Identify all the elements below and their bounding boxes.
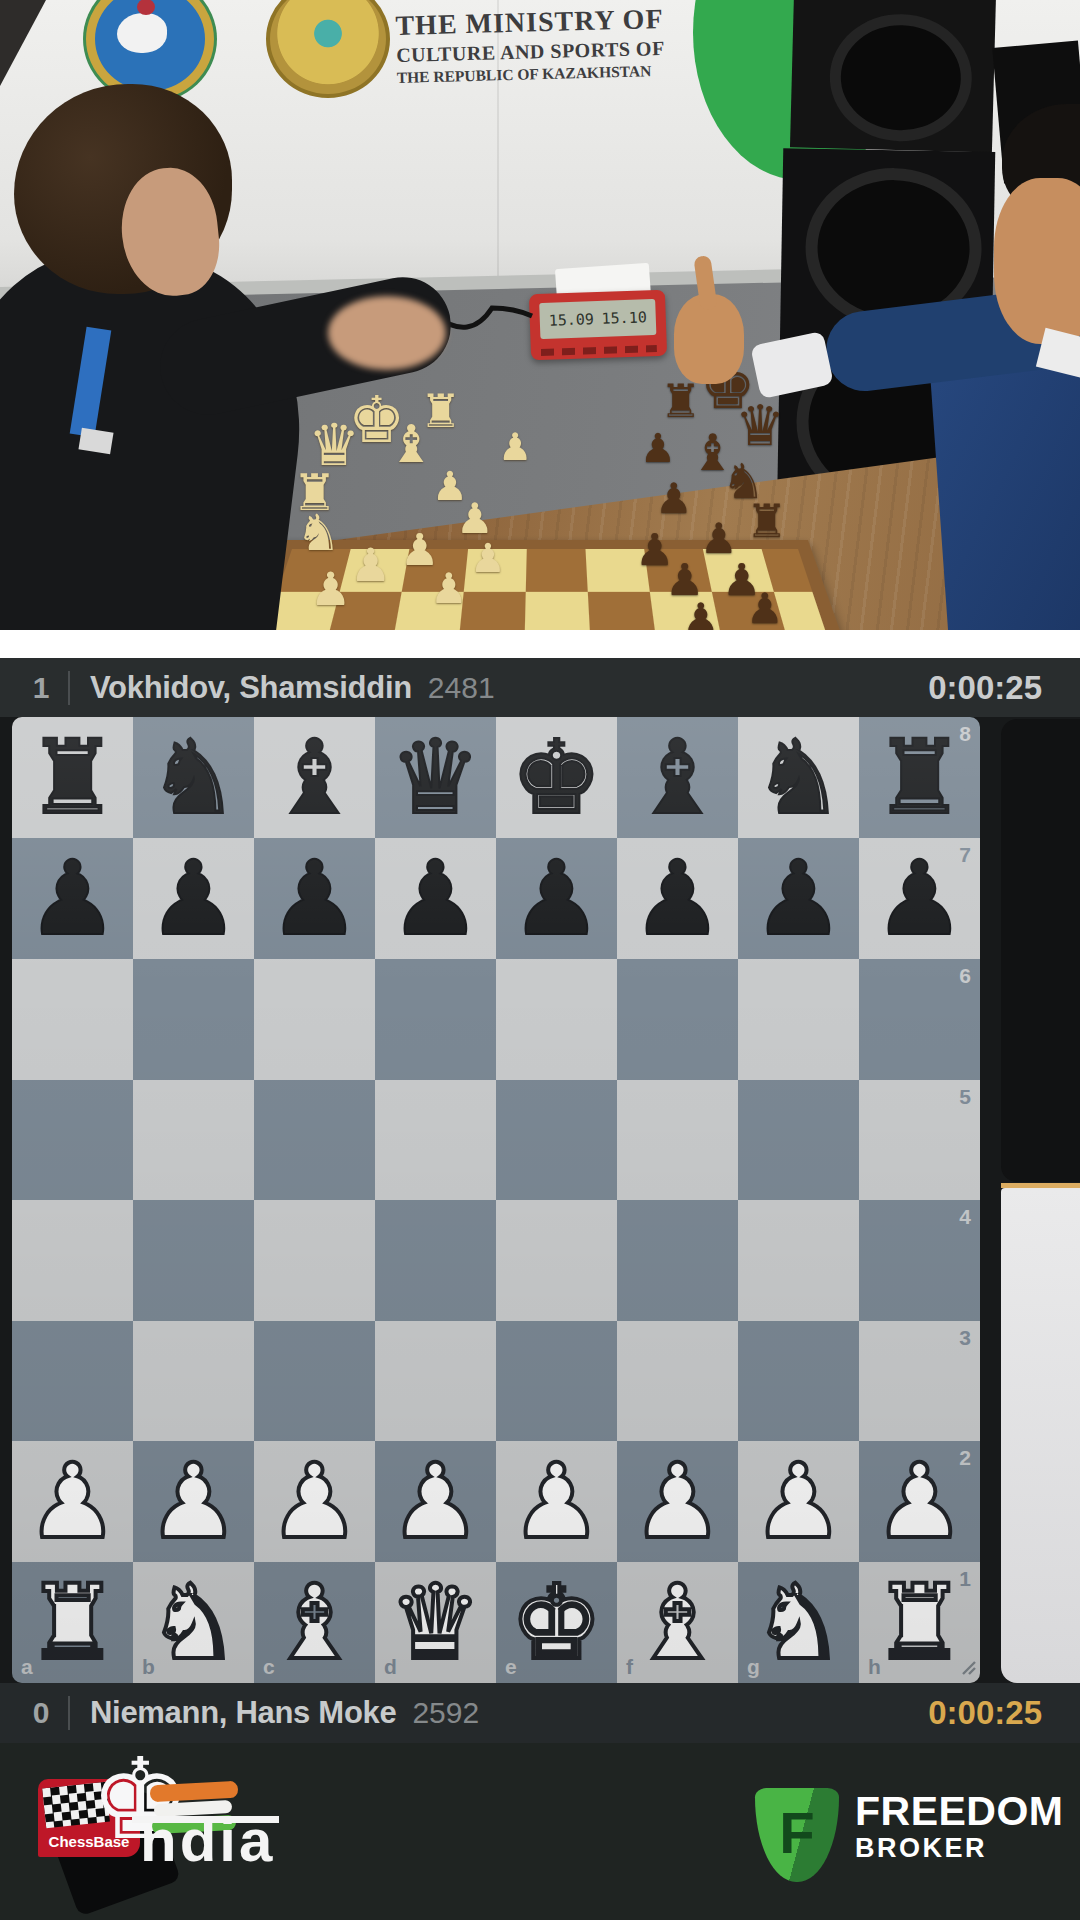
- square-c4[interactable]: [254, 1200, 375, 1321]
- black-pawn: ♟: [617, 838, 738, 959]
- white-pawn: ♟: [12, 1441, 133, 1562]
- square-b4[interactable]: [133, 1200, 254, 1321]
- rank-label: 1: [959, 1568, 971, 1589]
- square-d6[interactable]: [375, 959, 496, 1080]
- bottom-player-score: 0: [24, 1696, 58, 1730]
- black-knight: ♞: [738, 717, 859, 838]
- square-f3[interactable]: [617, 1321, 738, 1442]
- separator-band: [0, 630, 1080, 658]
- file-label: h: [868, 1656, 881, 1677]
- photo-piece: ♞: [296, 508, 341, 558]
- square-g2[interactable]: ♟: [738, 1441, 859, 1562]
- black-pawn: ♟: [12, 838, 133, 959]
- player-right-face: [994, 178, 1080, 344]
- photo-piece: ♟: [640, 428, 676, 468]
- photo-piece: ♟: [470, 538, 506, 578]
- black-pawn: ♟: [254, 838, 375, 959]
- freedom-shield-icon: F: [755, 1788, 839, 1882]
- black-rook: ♜: [12, 717, 133, 838]
- rank-label: 3: [959, 1327, 971, 1348]
- file-label: e: [505, 1656, 517, 1677]
- dgt-clock: 15.09 15.10: [529, 290, 667, 361]
- square-e7[interactable]: ♟: [496, 838, 617, 959]
- board-zone: ♜♞♝♛♚♝♞♜8♟♟♟♟♟♟♟♟76543♟♟♟♟♟♟♟♟2♜a♞b♝c♛d♚…: [0, 717, 1080, 1683]
- top-player-score: 1: [24, 671, 58, 705]
- square-e6[interactable]: [496, 959, 617, 1080]
- file-label: g: [747, 1656, 760, 1677]
- square-a1[interactable]: ♜a: [12, 1562, 133, 1683]
- square-e5[interactable]: [496, 1080, 617, 1201]
- photo-piece: ♟: [310, 566, 351, 612]
- sponsor-footer: ChessBase ♚ ndia F FREEDOM BROKER: [0, 1743, 1080, 1920]
- square-h4[interactable]: 4: [859, 1200, 980, 1321]
- square-a7[interactable]: ♟: [12, 838, 133, 959]
- square-f6[interactable]: [617, 959, 738, 1080]
- black-bishop: ♝: [617, 717, 738, 838]
- square-d8[interactable]: ♛: [375, 717, 496, 838]
- india-wordmark: ndia: [140, 1811, 275, 1871]
- square-d4[interactable]: [375, 1200, 496, 1321]
- black-knight: ♞: [133, 717, 254, 838]
- white-pawn: ♟: [254, 1441, 375, 1562]
- square-g7[interactable]: ♟: [738, 838, 859, 959]
- black-pawn: ♟: [738, 838, 859, 959]
- square-b8[interactable]: ♞: [133, 717, 254, 838]
- top-player-rating: 2481: [428, 671, 495, 705]
- square-f1[interactable]: ♝f: [617, 1562, 738, 1683]
- square-f5[interactable]: [617, 1080, 738, 1201]
- photo-piece: ♛: [735, 398, 785, 454]
- square-a8[interactable]: ♜: [12, 717, 133, 838]
- white-pawn: ♟: [133, 1441, 254, 1562]
- black-pawn: ♟: [375, 838, 496, 959]
- resize-handle-icon[interactable]: [957, 1656, 977, 1680]
- file-label: b: [142, 1656, 155, 1677]
- dgt-clock-display: 15.09 15.10: [539, 299, 656, 339]
- square-h3[interactable]: 3: [859, 1321, 980, 1442]
- square-b1[interactable]: ♞b: [133, 1562, 254, 1683]
- live-photo: THE MINISTRY OF CULTURE AND SPORTS OF TH…: [0, 0, 1080, 630]
- sidebar-dark-card[interactable]: [1001, 719, 1080, 1182]
- white-pawn: ♟: [496, 1441, 617, 1562]
- square-b5[interactable]: [133, 1080, 254, 1201]
- photo-piece: ♟: [456, 498, 494, 540]
- photo-piece: ♟: [682, 598, 720, 630]
- square-g1[interactable]: ♞g: [738, 1562, 859, 1683]
- square-c1[interactable]: ♝c: [254, 1562, 375, 1683]
- square-c7[interactable]: ♟: [254, 838, 375, 959]
- square-h7[interactable]: ♟7: [859, 838, 980, 959]
- rank-label: 2: [959, 1447, 971, 1468]
- top-player-bar: 1 Vokhidov, Shamsiddin 2481 0:00:25: [0, 658, 1080, 717]
- square-a4[interactable]: [12, 1200, 133, 1321]
- square-h2[interactable]: ♟2: [859, 1441, 980, 1562]
- white-bishop: ♝: [617, 1562, 738, 1683]
- square-d7[interactable]: ♟: [375, 838, 496, 959]
- rank-label: 4: [959, 1206, 971, 1227]
- square-g4[interactable]: [738, 1200, 859, 1321]
- photo-piece: ♟: [498, 428, 532, 466]
- photo-piece: ♟: [350, 542, 391, 588]
- square-h1[interactable]: ♜1h: [859, 1562, 980, 1683]
- black-king: ♚: [496, 717, 617, 838]
- file-label: f: [626, 1656, 633, 1677]
- rank-label: 6: [959, 965, 971, 986]
- chessbase-india-logo: ChessBase ♚ ndia: [38, 1775, 288, 1905]
- square-h6[interactable]: 6: [859, 959, 980, 1080]
- square-c6[interactable]: [254, 959, 375, 1080]
- square-e8[interactable]: ♚: [496, 717, 617, 838]
- photo-piece: ♜: [746, 498, 787, 544]
- square-h8[interactable]: ♜8: [859, 717, 980, 838]
- freedom-broker-logo: F FREEDOM BROKER: [755, 1788, 1075, 1888]
- black-queen: ♛: [375, 717, 496, 838]
- square-a2[interactable]: ♟: [12, 1441, 133, 1562]
- photo-piece: ♟: [655, 478, 693, 520]
- square-b6[interactable]: [133, 959, 254, 1080]
- rank-label: 5: [959, 1086, 971, 1107]
- white-pawn: ♟: [617, 1441, 738, 1562]
- square-h5[interactable]: 5: [859, 1080, 980, 1201]
- square-d3[interactable]: [375, 1321, 496, 1442]
- india-flag-saffron: [150, 1781, 239, 1803]
- square-e4[interactable]: [496, 1200, 617, 1321]
- photo-piece: ♟: [430, 568, 468, 610]
- square-g3[interactable]: [738, 1321, 859, 1442]
- file-label: d: [384, 1656, 397, 1677]
- player-left-hand: [328, 296, 446, 370]
- black-pawn: ♟: [496, 838, 617, 959]
- file-label: a: [21, 1656, 33, 1677]
- file-label: c: [263, 1656, 275, 1677]
- sidebar-light-card[interactable]: [1001, 1188, 1080, 1683]
- square-c8[interactable]: ♝: [254, 717, 375, 838]
- square-b3[interactable]: [133, 1321, 254, 1442]
- white-pawn: ♟: [375, 1441, 496, 1562]
- photo-piece: ♟: [746, 588, 784, 630]
- photo-piece: ♜: [660, 378, 701, 424]
- square-d1[interactable]: ♛d: [375, 1562, 496, 1683]
- square-a3[interactable]: [12, 1321, 133, 1442]
- square-f7[interactable]: ♟: [617, 838, 738, 959]
- chess-board: ♜♞♝♛♚♝♞♜8♟♟♟♟♟♟♟♟76543♟♟♟♟♟♟♟♟2♜a♞b♝c♛d♚…: [12, 717, 980, 1683]
- square-g6[interactable]: [738, 959, 859, 1080]
- black-pawn: ♟: [133, 838, 254, 959]
- square-a5[interactable]: [12, 1080, 133, 1201]
- rank-label: 8: [959, 723, 971, 744]
- bottom-player-name: Niemann, Hans Moke: [90, 1695, 396, 1731]
- white-pawn: ♟: [738, 1441, 859, 1562]
- square-f2[interactable]: ♟: [617, 1441, 738, 1562]
- square-f4[interactable]: [617, 1200, 738, 1321]
- black-bishop: ♝: [254, 717, 375, 838]
- square-b7[interactable]: ♟: [133, 838, 254, 959]
- bottom-player-rating: 2592: [412, 1696, 479, 1730]
- square-e2[interactable]: ♟: [496, 1441, 617, 1562]
- square-d2[interactable]: ♟: [375, 1441, 496, 1562]
- square-g8[interactable]: ♞: [738, 717, 859, 838]
- square-b2[interactable]: ♟: [133, 1441, 254, 1562]
- square-c5[interactable]: [254, 1080, 375, 1201]
- bottom-player-clock: 0:00:25: [928, 1694, 1042, 1732]
- square-e1[interactable]: ♚e: [496, 1562, 617, 1683]
- top-player-name: Vokhidov, Shamsiddin: [90, 670, 412, 706]
- square-f8[interactable]: ♝: [617, 717, 738, 838]
- top-player-clock: 0:00:25: [928, 669, 1042, 707]
- square-c3[interactable]: [254, 1321, 375, 1442]
- square-d5[interactable]: [375, 1080, 496, 1201]
- photo-piece: ♟: [700, 518, 738, 560]
- photo-piece: ♜: [420, 388, 461, 434]
- rank-label: 7: [959, 844, 971, 865]
- square-a6[interactable]: [12, 959, 133, 1080]
- square-g5[interactable]: [738, 1080, 859, 1201]
- square-e3[interactable]: [496, 1321, 617, 1442]
- square-c2[interactable]: ♟: [254, 1441, 375, 1562]
- broadcast-screen: THE MINISTRY OF CULTURE AND SPORTS OF TH…: [0, 0, 1080, 1920]
